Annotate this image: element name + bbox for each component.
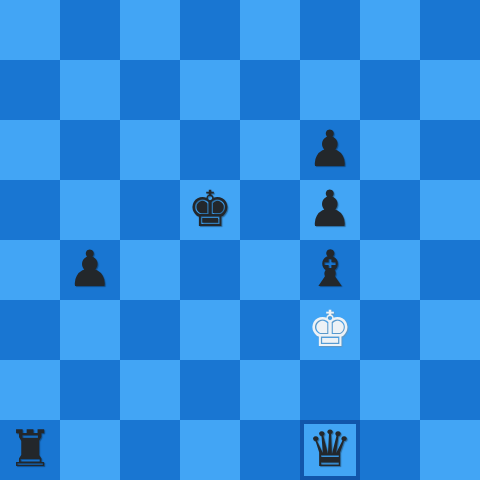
square-e7[interactable] [240,60,300,120]
square-g5[interactable] [360,180,420,240]
square-a8[interactable] [0,0,60,60]
square-h4[interactable] [420,240,480,300]
square-g2[interactable] [360,360,420,420]
square-f3[interactable]: ♚ [300,300,360,360]
square-c3[interactable] [120,300,180,360]
square-e2[interactable] [240,360,300,420]
black-pawn-piece[interactable]: ♟ [308,119,353,179]
square-g7[interactable] [360,60,420,120]
square-g4[interactable] [360,240,420,300]
square-h3[interactable] [420,300,480,360]
square-a3[interactable] [0,300,60,360]
square-b5[interactable] [60,180,120,240]
square-f8[interactable] [300,0,360,60]
square-d4[interactable] [180,240,240,300]
square-d2[interactable] [180,360,240,420]
square-g8[interactable] [360,0,420,60]
black-pawn-piece[interactable]: ♟ [308,179,353,239]
chess-board: ♟♚♟♟♝♚♜♛ [0,0,480,480]
square-d5[interactable]: ♚ [180,180,240,240]
square-b2[interactable] [60,360,120,420]
square-c6[interactable] [120,120,180,180]
square-h8[interactable] [420,0,480,60]
square-c2[interactable] [120,360,180,420]
square-c7[interactable] [120,60,180,120]
square-h6[interactable] [420,120,480,180]
square-d8[interactable] [180,0,240,60]
square-a7[interactable] [0,60,60,120]
square-g1[interactable] [360,420,420,480]
square-d3[interactable] [180,300,240,360]
black-rook-piece[interactable]: ♜ [8,419,53,479]
square-a4[interactable] [0,240,60,300]
square-h5[interactable] [420,180,480,240]
square-e4[interactable] [240,240,300,300]
square-d1[interactable] [180,420,240,480]
square-e1[interactable] [240,420,300,480]
square-f7[interactable] [300,60,360,120]
square-b1[interactable] [60,420,120,480]
square-h2[interactable] [420,360,480,420]
square-b7[interactable] [60,60,120,120]
square-f6[interactable]: ♟ [300,120,360,180]
square-g3[interactable] [360,300,420,360]
square-c8[interactable] [120,0,180,60]
square-g6[interactable] [360,120,420,180]
square-d6[interactable] [180,120,240,180]
black-king-piece[interactable]: ♚ [188,179,233,239]
square-f1[interactable]: ♛ [300,420,360,480]
square-f2[interactable] [300,360,360,420]
square-h7[interactable] [420,60,480,120]
square-c4[interactable] [120,240,180,300]
square-c1[interactable] [120,420,180,480]
square-f4[interactable]: ♝ [300,240,360,300]
black-queen-piece[interactable]: ♛ [308,419,353,479]
square-e5[interactable] [240,180,300,240]
square-a2[interactable] [0,360,60,420]
square-d7[interactable] [180,60,240,120]
black-pawn-piece[interactable]: ♟ [68,239,113,299]
square-f5[interactable]: ♟ [300,180,360,240]
square-h1[interactable] [420,420,480,480]
square-a1[interactable]: ♜ [0,420,60,480]
white-king-piece[interactable]: ♚ [308,299,353,359]
square-b6[interactable] [60,120,120,180]
black-bishop-piece[interactable]: ♝ [308,239,353,299]
square-b8[interactable] [60,0,120,60]
square-b4[interactable]: ♟ [60,240,120,300]
square-e6[interactable] [240,120,300,180]
square-b3[interactable] [60,300,120,360]
square-e8[interactable] [240,0,300,60]
square-c5[interactable] [120,180,180,240]
square-a5[interactable] [0,180,60,240]
square-a6[interactable] [0,120,60,180]
square-e3[interactable] [240,300,300,360]
